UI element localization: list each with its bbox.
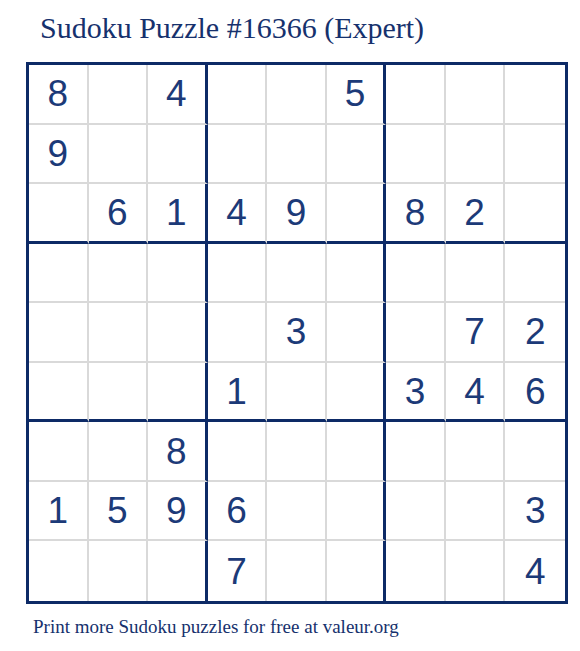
sudoku-cell-r4c8[interactable] bbox=[446, 244, 506, 304]
sudoku-cell-r1c7[interactable] bbox=[386, 65, 446, 125]
sudoku-cell-r7c8[interactable] bbox=[446, 422, 506, 482]
sudoku-cell-r4c6[interactable] bbox=[327, 244, 387, 304]
sudoku-cell-r2c9[interactable] bbox=[505, 125, 565, 185]
sudoku-cell-r6c2[interactable] bbox=[89, 363, 149, 423]
sudoku-cell-r5c8: 7 bbox=[446, 303, 506, 363]
sudoku-cell-r2c4[interactable] bbox=[208, 125, 268, 185]
sudoku-cell-r2c6[interactable] bbox=[327, 125, 387, 185]
sudoku-cell-r5c6[interactable] bbox=[327, 303, 387, 363]
sudoku-cell-r9c5[interactable] bbox=[267, 541, 327, 601]
sudoku-cell-r3c3: 1 bbox=[148, 184, 208, 244]
sudoku-cell-r4c9[interactable] bbox=[505, 244, 565, 304]
sudoku-cell-r7c5[interactable] bbox=[267, 422, 327, 482]
sudoku-cell-r3c4: 4 bbox=[208, 184, 268, 244]
sudoku-cell-r7c4[interactable] bbox=[208, 422, 268, 482]
sudoku-cell-r2c1: 9 bbox=[29, 125, 89, 185]
footer-text: Print more Sudoku puzzles for free at va… bbox=[33, 616, 399, 638]
sudoku-cell-r1c5[interactable] bbox=[267, 65, 327, 125]
sudoku-cell-r4c4[interactable] bbox=[208, 244, 268, 304]
sudoku-cell-r9c9: 4 bbox=[505, 541, 565, 601]
sudoku-cell-r6c7: 3 bbox=[386, 363, 446, 423]
sudoku-cell-r8c4: 6 bbox=[208, 482, 268, 542]
sudoku-cell-r6c9: 6 bbox=[505, 363, 565, 423]
sudoku-cell-r6c8: 4 bbox=[446, 363, 506, 423]
sudoku-cell-r5c2[interactable] bbox=[89, 303, 149, 363]
sudoku-cell-r5c9: 2 bbox=[505, 303, 565, 363]
sudoku-cell-r7c6[interactable] bbox=[327, 422, 387, 482]
sudoku-cell-r2c7[interactable] bbox=[386, 125, 446, 185]
sudoku-page: Sudoku Puzzle #16366 (Expert) 8459614982… bbox=[0, 0, 580, 651]
sudoku-cell-r6c4: 1 bbox=[208, 363, 268, 423]
sudoku-cell-r4c3[interactable] bbox=[148, 244, 208, 304]
sudoku-cell-r9c7[interactable] bbox=[386, 541, 446, 601]
sudoku-cell-r8c1: 1 bbox=[29, 482, 89, 542]
sudoku-cell-r2c3[interactable] bbox=[148, 125, 208, 185]
sudoku-cell-r1c9[interactable] bbox=[505, 65, 565, 125]
sudoku-cell-r3c9[interactable] bbox=[505, 184, 565, 244]
sudoku-cell-r9c2[interactable] bbox=[89, 541, 149, 601]
sudoku-cell-r9c1[interactable] bbox=[29, 541, 89, 601]
sudoku-cell-r8c2: 5 bbox=[89, 482, 149, 542]
sudoku-cell-r1c8[interactable] bbox=[446, 65, 506, 125]
sudoku-cell-r8c7[interactable] bbox=[386, 482, 446, 542]
sudoku-cell-r5c5: 3 bbox=[267, 303, 327, 363]
sudoku-cell-r4c7[interactable] bbox=[386, 244, 446, 304]
sudoku-cell-r3c8: 2 bbox=[446, 184, 506, 244]
sudoku-cell-r7c3: 8 bbox=[148, 422, 208, 482]
sudoku-cell-r7c1[interactable] bbox=[29, 422, 89, 482]
sudoku-cell-r5c3[interactable] bbox=[148, 303, 208, 363]
sudoku-cell-r9c6[interactable] bbox=[327, 541, 387, 601]
sudoku-cell-r1c4[interactable] bbox=[208, 65, 268, 125]
sudoku-cell-r5c1[interactable] bbox=[29, 303, 89, 363]
sudoku-cell-r6c3[interactable] bbox=[148, 363, 208, 423]
sudoku-cell-r8c3: 9 bbox=[148, 482, 208, 542]
sudoku-cell-r7c2[interactable] bbox=[89, 422, 149, 482]
sudoku-cell-r3c2: 6 bbox=[89, 184, 149, 244]
sudoku-cell-r2c5[interactable] bbox=[267, 125, 327, 185]
sudoku-cell-r9c3[interactable] bbox=[148, 541, 208, 601]
sudoku-cell-r8c5[interactable] bbox=[267, 482, 327, 542]
page-title: Sudoku Puzzle #16366 (Expert) bbox=[40, 11, 424, 45]
sudoku-cell-r2c8[interactable] bbox=[446, 125, 506, 185]
sudoku-cell-r5c7[interactable] bbox=[386, 303, 446, 363]
sudoku-cell-r8c8[interactable] bbox=[446, 482, 506, 542]
sudoku-cell-r4c5[interactable] bbox=[267, 244, 327, 304]
sudoku-cell-r8c6[interactable] bbox=[327, 482, 387, 542]
sudoku-cell-r9c4: 7 bbox=[208, 541, 268, 601]
sudoku-cell-r4c2[interactable] bbox=[89, 244, 149, 304]
sudoku-cell-r3c5: 9 bbox=[267, 184, 327, 244]
sudoku-cell-r1c2[interactable] bbox=[89, 65, 149, 125]
sudoku-cell-r6c6[interactable] bbox=[327, 363, 387, 423]
sudoku-cell-r1c3: 4 bbox=[148, 65, 208, 125]
sudoku-cell-r6c5[interactable] bbox=[267, 363, 327, 423]
sudoku-cell-r7c7[interactable] bbox=[386, 422, 446, 482]
sudoku-cell-r4c1[interactable] bbox=[29, 244, 89, 304]
sudoku-cell-r3c7: 8 bbox=[386, 184, 446, 244]
sudoku-cell-r2c2[interactable] bbox=[89, 125, 149, 185]
sudoku-cell-r1c6: 5 bbox=[327, 65, 387, 125]
sudoku-cell-r5c4[interactable] bbox=[208, 303, 268, 363]
sudoku-cell-r9c8[interactable] bbox=[446, 541, 506, 601]
sudoku-cell-r8c9: 3 bbox=[505, 482, 565, 542]
sudoku-cell-r3c6[interactable] bbox=[327, 184, 387, 244]
sudoku-grid: 8459614982372134681596374 bbox=[26, 62, 568, 604]
sudoku-cell-r6c1[interactable] bbox=[29, 363, 89, 423]
sudoku-cell-r3c1[interactable] bbox=[29, 184, 89, 244]
sudoku-cell-r1c1: 8 bbox=[29, 65, 89, 125]
sudoku-cell-r7c9[interactable] bbox=[505, 422, 565, 482]
